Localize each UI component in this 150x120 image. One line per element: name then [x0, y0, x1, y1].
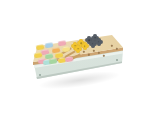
flower-hole — [84, 45, 86, 47]
flower-hole — [74, 45, 76, 47]
flower-piece — [83, 44, 87, 48]
pill-piece — [58, 40, 67, 46]
dot-piece — [98, 52, 100, 54]
pill-piece — [49, 58, 58, 64]
dot-piece — [111, 45, 113, 47]
pill-piece — [44, 42, 53, 48]
pill-piece — [65, 56, 74, 62]
flower-hole — [94, 37, 96, 39]
flower-piece — [97, 40, 101, 44]
dot-piece — [103, 55, 105, 57]
dot-piece — [83, 51, 85, 53]
pieces-layer — [0, 0, 150, 120]
product-photo-scene — [0, 0, 150, 120]
pill-piece — [36, 44, 45, 50]
flower-hole — [80, 42, 82, 44]
flower-hole — [77, 48, 79, 50]
dot-piece — [116, 47, 118, 49]
flower-hole — [98, 41, 100, 43]
dot-piece — [93, 49, 95, 51]
dot-piece — [88, 54, 90, 56]
pill-piece — [62, 46, 71, 52]
flower-piece — [76, 47, 80, 51]
flower-piece — [91, 42, 95, 46]
flower-hole — [88, 39, 90, 41]
pill-piece — [34, 52, 43, 58]
flower-hole — [92, 43, 94, 45]
